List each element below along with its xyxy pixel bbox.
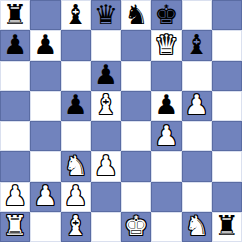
square-e7[interactable] — [121, 30, 151, 60]
piece-white-king[interactable]: ♚ — [124, 212, 148, 239]
square-e5[interactable] — [121, 91, 151, 121]
square-b7[interactable]: ♟ — [30, 30, 60, 60]
piece-black-pawn[interactable]: ♟ — [3, 31, 27, 58]
square-c5[interactable]: ♟ — [61, 91, 91, 121]
square-f7[interactable]: ♛ — [151, 30, 181, 60]
square-g4[interactable] — [182, 121, 212, 151]
square-h1[interactable]: ♜ — [212, 212, 242, 242]
piece-white-bishop[interactable]: ♝ — [94, 91, 118, 118]
square-b5[interactable] — [30, 91, 60, 121]
square-h4[interactable] — [212, 121, 242, 151]
piece-white-pawn[interactable]: ♟ — [154, 122, 178, 149]
square-h8[interactable] — [212, 0, 242, 30]
chess-board: ♜♝♛♞♚♟♟♛♝♟♟♝♟♟♟♞♟♟♟♟♜♝♚♞♜ — [0, 0, 242, 242]
square-f6[interactable] — [151, 61, 181, 91]
square-d4[interactable] — [91, 121, 121, 151]
piece-black-pawn[interactable]: ♟ — [154, 91, 178, 118]
piece-white-bishop[interactable]: ♝ — [64, 212, 88, 239]
square-c3[interactable]: ♞ — [61, 151, 91, 181]
piece-white-pawn[interactable]: ♟ — [64, 182, 88, 209]
square-a4[interactable] — [0, 121, 30, 151]
piece-black-bishop[interactable]: ♝ — [185, 31, 209, 58]
square-a2[interactable]: ♟ — [0, 182, 30, 212]
square-e1[interactable]: ♚ — [121, 212, 151, 242]
square-d1[interactable] — [91, 212, 121, 242]
square-g5[interactable]: ♟ — [182, 91, 212, 121]
square-h3[interactable] — [212, 151, 242, 181]
square-e8[interactable]: ♞ — [121, 0, 151, 30]
piece-white-knight[interactable]: ♞ — [185, 212, 209, 239]
square-a5[interactable] — [0, 91, 30, 121]
piece-white-pawn[interactable]: ♟ — [185, 91, 209, 118]
square-g3[interactable] — [182, 151, 212, 181]
square-f2[interactable] — [151, 182, 181, 212]
square-c4[interactable] — [61, 121, 91, 151]
square-c1[interactable]: ♝ — [61, 212, 91, 242]
piece-black-bishop[interactable]: ♝ — [64, 1, 88, 28]
piece-white-rook[interactable]: ♜ — [3, 212, 27, 239]
square-a7[interactable]: ♟ — [0, 30, 30, 60]
piece-black-rook[interactable]: ♜ — [215, 212, 239, 239]
square-b4[interactable] — [30, 121, 60, 151]
square-g7[interactable]: ♝ — [182, 30, 212, 60]
square-g1[interactable]: ♞ — [182, 212, 212, 242]
square-a3[interactable] — [0, 151, 30, 181]
square-f8[interactable]: ♚ — [151, 0, 181, 30]
square-b8[interactable] — [30, 0, 60, 30]
square-b2[interactable]: ♟ — [30, 182, 60, 212]
piece-black-pawn[interactable]: ♟ — [94, 61, 118, 88]
square-d5[interactable]: ♝ — [91, 91, 121, 121]
square-c6[interactable] — [61, 61, 91, 91]
piece-black-knight[interactable]: ♞ — [124, 1, 148, 28]
piece-white-pawn[interactable]: ♟ — [3, 182, 27, 209]
square-h7[interactable] — [212, 30, 242, 60]
square-f3[interactable] — [151, 151, 181, 181]
square-f4[interactable]: ♟ — [151, 121, 181, 151]
square-c2[interactable]: ♟ — [61, 182, 91, 212]
square-g6[interactable] — [182, 61, 212, 91]
square-b1[interactable] — [30, 212, 60, 242]
square-a1[interactable]: ♜ — [0, 212, 30, 242]
square-b6[interactable] — [30, 61, 60, 91]
square-d2[interactable] — [91, 182, 121, 212]
piece-white-knight[interactable]: ♞ — [64, 152, 88, 179]
piece-white-pawn[interactable]: ♟ — [33, 182, 57, 209]
square-a6[interactable] — [0, 61, 30, 91]
square-d7[interactable] — [91, 30, 121, 60]
square-e3[interactable] — [121, 151, 151, 181]
square-h6[interactable] — [212, 61, 242, 91]
square-d6[interactable]: ♟ — [91, 61, 121, 91]
square-g8[interactable] — [182, 0, 212, 30]
square-e4[interactable] — [121, 121, 151, 151]
square-e6[interactable] — [121, 61, 151, 91]
square-h5[interactable] — [212, 91, 242, 121]
square-f1[interactable] — [151, 212, 181, 242]
square-d8[interactable]: ♛ — [91, 0, 121, 30]
square-h2[interactable] — [212, 182, 242, 212]
piece-black-pawn[interactable]: ♟ — [33, 31, 57, 58]
square-f5[interactable]: ♟ — [151, 91, 181, 121]
square-b3[interactable] — [30, 151, 60, 181]
square-d3[interactable]: ♟ — [91, 151, 121, 181]
piece-black-rook[interactable]: ♜ — [3, 1, 27, 28]
square-a8[interactable]: ♜ — [0, 0, 30, 30]
piece-white-queen[interactable]: ♛ — [154, 31, 178, 58]
square-g2[interactable] — [182, 182, 212, 212]
piece-black-king[interactable]: ♚ — [154, 1, 178, 28]
square-e2[interactable] — [121, 182, 151, 212]
piece-black-queen[interactable]: ♛ — [94, 1, 118, 28]
square-c8[interactable]: ♝ — [61, 0, 91, 30]
square-c7[interactable] — [61, 30, 91, 60]
piece-black-pawn[interactable]: ♟ — [64, 91, 88, 118]
piece-white-pawn[interactable]: ♟ — [94, 152, 118, 179]
